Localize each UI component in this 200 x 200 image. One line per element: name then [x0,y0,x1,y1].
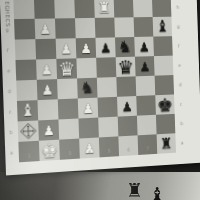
file-label-g: g [174,17,182,37]
square-c2 [37,99,58,120]
square-c4: ♟ [78,98,98,119]
black-pawn: ♟ [135,56,155,76]
black-bishop: ♝ [153,17,172,37]
file-label-b: b [177,113,185,133]
square-d4: ♞ [77,78,97,99]
captured-black-rook: ♜ [126,181,143,200]
square-e7: ♟ [135,56,155,76]
file-label-g: g [3,19,12,40]
square-e4 [76,58,96,79]
square-g7 [134,17,154,37]
file-label-f: f [175,36,183,56]
square-h3 [54,0,75,18]
square-e6: ♛ [116,57,136,77]
file-label-h: h [174,0,182,17]
file-label-h: h [2,0,11,19]
chess-board: ®ECHECS ♜♟♝♟♟♟♞♟♟♛♛♟♟♞♝♟♟♚♟♚♟♜ 12345678 … [0,0,200,175]
white-rook: ♜ [94,0,114,18]
black-king: ♚ [155,94,174,114]
square-h7 [133,0,153,17]
white-pawn: ♟ [37,79,58,100]
square-f1 [15,39,36,60]
white-queen: ♛ [56,58,77,79]
board-logo-crest [19,122,38,141]
square-c8: ♚ [155,94,174,114]
square-b8 [156,114,175,134]
square-b7 [137,115,157,136]
square-f8 [153,36,172,56]
square-b6 [118,116,138,137]
square-d7 [136,76,156,96]
square-e5 [96,57,116,77]
square-d3 [57,78,78,99]
black-pawn: ♟ [134,37,154,57]
board-grid: ♜♟♝♟♟♟♞♟♟♛♛♟♟♞♝♟♟♚♟♚♟♜ [13,0,176,162]
square-g2: ♟ [35,18,56,39]
square-g5 [95,18,115,38]
square-h4 [74,0,94,18]
square-f3: ♟ [56,38,77,59]
photo-frame: ®ECHECS ♜♟♝♟♟♟♞♟♟♛♛♟♟♞♝♟♟♚♟♚♟♜ 12345678 … [0,0,200,200]
square-g1 [14,19,35,40]
square-d1 [16,80,37,101]
square-g8: ♝ [153,17,172,37]
white-pawn: ♟ [38,119,59,140]
black-pawn: ♟ [95,37,115,57]
square-e3: ♛ [56,58,77,79]
file-label-b: b [6,122,15,143]
square-f5: ♟ [95,37,115,57]
square-h1 [13,0,34,19]
file-label-c: c [177,94,185,114]
square-d2: ♟ [37,79,58,100]
file-label-f: f [3,40,12,61]
file-label-a: a [7,142,16,163]
table-surface [0,172,200,200]
file-label-c: c [6,101,15,122]
white-pawn: ♟ [36,59,57,80]
square-c7 [136,95,156,115]
square-h2 [34,0,55,19]
square-e2: ♟ [36,59,57,80]
file-labels-right: hgfedcba [174,0,187,152]
white-pawn: ♟ [56,38,77,59]
file-label-d: d [5,81,14,102]
file-label-e: e [4,60,13,81]
square-g6 [114,17,134,37]
square-b3 [58,119,79,140]
square-b1 [18,120,39,141]
square-h8 [152,0,171,17]
black-knight: ♞ [77,78,97,99]
black-queen: ♛ [116,57,136,77]
black-knight: ♞ [115,37,135,57]
square-d8 [155,75,174,95]
square-e1 [15,59,36,80]
white-pawn: ♟ [76,38,96,59]
black-pawn: ♟ [117,96,137,117]
square-c3 [58,98,79,119]
square-f4: ♟ [76,38,96,59]
white-pawn: ♟ [35,18,56,39]
square-f6: ♞ [115,37,135,57]
square-d6 [116,76,136,96]
square-b2: ♟ [38,119,59,140]
square-f7: ♟ [134,37,154,57]
square-b5 [98,117,118,138]
white-pawn: ♟ [78,98,98,119]
square-c1: ♝ [17,100,38,121]
square-c6: ♟ [117,96,137,117]
square-d5 [97,77,117,98]
file-label-a: a [178,133,186,153]
square-g3 [55,18,76,39]
white-bishop: ♝ [17,100,38,121]
square-g4 [75,18,95,38]
square-h5: ♜ [94,0,114,18]
file-label-d: d [176,75,184,95]
square-h6 [114,0,134,18]
captured-black-bishop: ♝ [149,185,166,200]
file-label-e: e [176,55,184,75]
square-c5 [98,97,118,118]
square-f2 [35,39,56,60]
square-b4 [78,118,98,139]
square-e8 [154,56,173,76]
